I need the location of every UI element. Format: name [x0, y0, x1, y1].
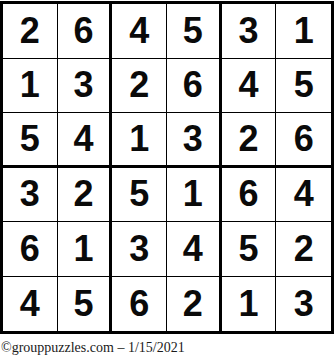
cell-r5c2[interactable]: 1 — [58, 222, 113, 277]
cell-r2c3[interactable]: 2 — [112, 59, 167, 114]
cell-r1c4[interactable]: 5 — [167, 4, 222, 59]
cell-r6c2[interactable]: 5 — [58, 277, 113, 332]
cell-r4c2[interactable]: 2 — [58, 168, 113, 223]
cell-r1c3[interactable]: 4 — [112, 4, 167, 59]
cell-r1c2[interactable]: 6 — [58, 4, 113, 59]
cell-r5c4[interactable]: 4 — [167, 222, 222, 277]
cell-r5c5[interactable]: 5 — [222, 222, 277, 277]
cell-r2c6[interactable]: 5 — [276, 59, 331, 114]
cell-r6c4[interactable]: 2 — [167, 277, 222, 332]
cell-r4c3[interactable]: 5 — [112, 168, 167, 223]
cell-r1c5[interactable]: 3 — [222, 4, 277, 59]
cell-r4c4[interactable]: 1 — [167, 168, 222, 223]
cell-r2c5[interactable]: 4 — [222, 59, 277, 114]
cell-r2c2[interactable]: 3 — [58, 59, 113, 114]
cell-r2c4[interactable]: 6 — [167, 59, 222, 114]
cell-r6c1[interactable]: 4 — [3, 277, 58, 332]
cell-r6c6[interactable]: 3 — [276, 277, 331, 332]
cell-r3c2[interactable]: 4 — [58, 113, 113, 168]
cell-r5c1[interactable]: 6 — [3, 222, 58, 277]
cell-r3c5[interactable]: 2 — [222, 113, 277, 168]
cell-r3c3[interactable]: 1 — [112, 113, 167, 168]
cell-r6c5[interactable]: 1 — [222, 277, 277, 332]
cell-r3c1[interactable]: 5 — [3, 113, 58, 168]
cell-r4c1[interactable]: 3 — [3, 168, 58, 223]
cell-r6c3[interactable]: 6 — [112, 277, 167, 332]
cell-r1c6[interactable]: 1 — [276, 4, 331, 59]
cell-r4c5[interactable]: 6 — [222, 168, 277, 223]
cell-r2c1[interactable]: 1 — [3, 59, 58, 114]
cell-r3c4[interactable]: 3 — [167, 113, 222, 168]
cell-r4c6[interactable]: 4 — [276, 168, 331, 223]
cell-r5c3[interactable]: 3 — [112, 222, 167, 277]
copyright-footer: ©grouppuzzles.com – 1/15/2021 — [1, 340, 335, 356]
sudoku-board: 2 6 4 5 3 1 1 3 2 6 4 5 5 4 1 3 2 6 3 2 … — [0, 1, 334, 334]
cell-r5c6[interactable]: 2 — [276, 222, 331, 277]
cell-r3c6[interactable]: 6 — [276, 113, 331, 168]
cell-r1c1[interactable]: 2 — [3, 4, 58, 59]
